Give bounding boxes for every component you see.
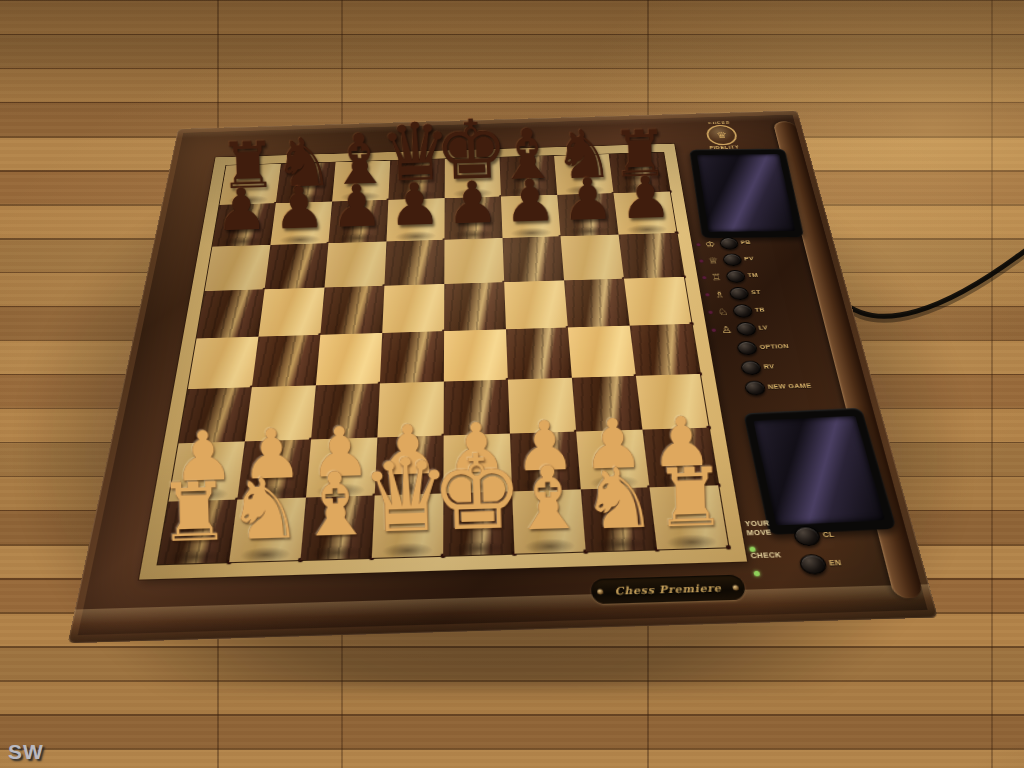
square-d7[interactable]: [386, 198, 444, 241]
key-label: PV: [744, 255, 785, 262]
square-a7[interactable]: [212, 203, 275, 246]
st-button[interactable]: [729, 287, 750, 300]
square-e7[interactable]: [444, 196, 502, 239]
new-game-button[interactable]: [744, 380, 767, 395]
white-rook-glyph: ♜: [157, 472, 231, 554]
square-d6[interactable]: [384, 240, 444, 286]
key-led-icon: [702, 276, 706, 279]
white-rook-glyph: ♜: [653, 457, 727, 539]
tb-button[interactable]: [732, 304, 753, 318]
king-symbol-icon: ♔: [702, 239, 718, 249]
bishop-symbol-icon: ♗: [711, 289, 728, 300]
white-knight-glyph: ♞: [226, 465, 304, 552]
your-move-led-icon: [749, 546, 756, 551]
pv-button[interactable]: [722, 253, 743, 266]
square-c7[interactable]: [328, 200, 388, 243]
piece-white-bishop-c1[interactable]: ♝: [301, 548, 372, 550]
square-c8[interactable]: [332, 161, 390, 202]
square-c5[interactable]: [320, 286, 384, 335]
lcd-display-top: [689, 149, 804, 238]
lcd-glass-bottom: [753, 416, 884, 525]
square-f5[interactable]: [504, 280, 568, 329]
square-g5[interactable]: [564, 279, 630, 328]
square-f7[interactable]: [501, 195, 561, 238]
piece-white-king-e1[interactable]: ♚: [443, 543, 514, 545]
square-a8[interactable]: [220, 164, 281, 205]
square-b8[interactable]: [276, 162, 336, 203]
en-button[interactable]: [798, 554, 828, 575]
option-button[interactable]: [736, 341, 758, 355]
key-label: EN: [828, 558, 879, 568]
cl-button[interactable]: [793, 526, 822, 546]
key-led-icon: [696, 243, 700, 246]
key-led-icon: [699, 259, 703, 262]
square-h6[interactable]: [619, 233, 684, 279]
key-label: OPTION: [759, 343, 803, 351]
pawn-symbol-icon: ♙: [718, 324, 735, 335]
piece-white-queen-d1[interactable]: ♛: [372, 545, 443, 547]
chess-computer-board: CHESS ♛ FIDELITY INTERNATIONAL ♔PB♕PV♖TM…: [68, 110, 938, 643]
key-label: NEW GAME: [767, 382, 812, 390]
piece-white-rook-a1[interactable]: ♜: [160, 552, 231, 554]
key-label: PB: [740, 239, 781, 246]
indicator-label: YOUR MOVE: [744, 519, 790, 537]
key-label: ST: [751, 289, 793, 296]
square-h7[interactable]: [613, 191, 676, 234]
square-g6[interactable]: [561, 235, 624, 281]
square-d5[interactable]: [382, 284, 444, 333]
square-e5[interactable]: [444, 282, 506, 331]
piece-white-knight-g1[interactable]: ♞: [585, 539, 656, 541]
square-b5[interactable]: [258, 288, 324, 337]
square-b7[interactable]: [270, 201, 332, 244]
square-d8[interactable]: [388, 159, 444, 200]
key-led-icon: [705, 293, 709, 296]
white-knight-glyph: ♞: [580, 454, 658, 541]
pb-button[interactable]: [719, 237, 739, 249]
rv-button[interactable]: [740, 360, 762, 375]
piece-white-knight-b1[interactable]: ♞: [230, 550, 301, 552]
nameplate-screw-icon: [732, 584, 739, 590]
square-g8[interactable]: [554, 154, 613, 195]
fidelity-emblem-icon: ♛: [705, 125, 739, 146]
square-f6[interactable]: [503, 236, 565, 282]
key-label: CL: [822, 530, 872, 540]
square-h5[interactable]: [624, 277, 692, 326]
piece-button-column: ♔PB♕PV♖TM♗ST♘TB♙LVOPTIONRVNEW GAME: [692, 233, 867, 399]
indicator-label: CHECK: [750, 551, 796, 561]
check-led-icon: [753, 570, 760, 576]
lv-button[interactable]: [735, 322, 757, 336]
key-label: TM: [747, 272, 789, 279]
brand-nameplate: Chess Premiere: [590, 575, 746, 605]
square-e8[interactable]: [445, 157, 501, 198]
scene-tilt: CHESS ♛ FIDELITY INTERNATIONAL ♔PB♕PV♖TM…: [0, 0, 1024, 768]
key-label: TB: [754, 306, 797, 313]
nameplate-screw-icon: [597, 588, 603, 594]
piece-white-bishop-f1[interactable]: ♝: [514, 541, 585, 543]
square-c6[interactable]: [325, 241, 387, 287]
key-led-icon: [711, 328, 716, 331]
square-b6[interactable]: [265, 243, 329, 289]
rook-symbol-icon: ♖: [708, 272, 724, 283]
crown-icon: ♛: [715, 130, 728, 140]
knight-symbol-icon: ♘: [714, 306, 731, 317]
watermark: SW: [8, 740, 44, 764]
key-label: RV: [763, 362, 808, 370]
piece-white-rook-h1[interactable]: ♜: [656, 537, 727, 539]
key-led-icon: [708, 310, 713, 313]
white-bishop-glyph: ♝: [508, 454, 588, 543]
square-h8[interactable]: [609, 153, 670, 194]
square-g7[interactable]: [557, 193, 618, 236]
nameplate-text: Chess Premiere: [614, 582, 722, 597]
square-a6[interactable]: [205, 245, 271, 291]
panel-edge-rail: [773, 121, 925, 598]
square-e6[interactable]: [444, 238, 504, 284]
tm-button[interactable]: [725, 270, 746, 283]
key-label: LV: [758, 324, 802, 332]
queen-symbol-icon: ♕: [705, 255, 721, 265]
square-f8[interactable]: [499, 156, 557, 197]
square-a5[interactable]: [197, 289, 265, 338]
lcd-display-bottom: [743, 408, 896, 535]
lcd-glass-top: [697, 154, 795, 231]
indicator-block: YOUR MOVECLCHECKEN: [745, 519, 919, 580]
